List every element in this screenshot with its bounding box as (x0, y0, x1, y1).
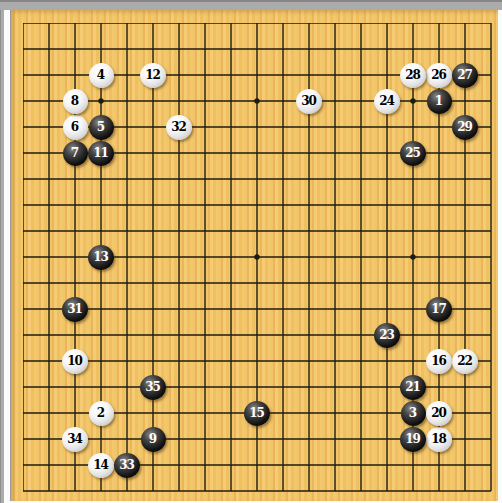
stone-20-white-R4[interactable]: 20 (426, 401, 452, 426)
stone-2-white-D4[interactable]: 2 (89, 401, 114, 426)
go-app-window: 1234567891011121314151617181920212223242… (0, 0, 502, 503)
stone-12-white-F17[interactable]: 12 (140, 63, 166, 88)
stone-19-black-Q3[interactable]: 19 (400, 427, 426, 452)
stone-26-white-R17[interactable]: 26 (426, 63, 452, 88)
stone-21-black-Q5[interactable]: 21 (400, 375, 426, 400)
stone-31-black-C8[interactable]: 31 (62, 297, 88, 322)
stone-14-white-D2[interactable]: 14 (88, 453, 114, 478)
stone-9-black-F3[interactable]: 9 (141, 427, 166, 452)
stone-17-black-R8[interactable]: 17 (426, 297, 452, 322)
stone-27-black-S17[interactable]: 27 (452, 63, 478, 88)
stone-30-white-M16[interactable]: 30 (296, 89, 322, 114)
stone-6-white-C15[interactable]: 6 (63, 115, 88, 140)
stone-24-white-P16[interactable]: 24 (374, 89, 400, 114)
stone-15-black-K4[interactable]: 15 (244, 401, 270, 426)
stone-3-black-Q4[interactable]: 3 (401, 401, 426, 426)
stone-16-white-R6[interactable]: 16 (426, 349, 452, 374)
stone-25-black-Q14[interactable]: 25 (400, 141, 426, 166)
stone-4-white-D17[interactable]: 4 (89, 63, 114, 88)
stone-33-black-E2[interactable]: 33 (114, 453, 140, 478)
stone-11-black-D14[interactable]: 11 (88, 141, 114, 166)
window-top-border (0, 0, 502, 10)
stone-7-black-C14[interactable]: 7 (63, 141, 88, 166)
stone-29-black-S15[interactable]: 29 (452, 115, 478, 140)
stone-5-black-D15[interactable]: 5 (89, 115, 114, 140)
stone-34-white-C3[interactable]: 34 (62, 427, 88, 452)
stone-32-white-G15[interactable]: 32 (166, 115, 192, 140)
stone-23-black-P7[interactable]: 23 (374, 323, 400, 348)
stone-grid[interactable]: 1234567891011121314151617181920212223242… (10, 10, 502, 503)
board-frame: 1234567891011121314151617181920212223242… (4, 10, 502, 503)
go-board[interactable]: 1234567891011121314151617181920212223242… (10, 10, 498, 501)
stone-1-black-R16[interactable]: 1 (427, 89, 452, 114)
stone-35-black-F5[interactable]: 35 (140, 375, 166, 400)
stone-18-white-R3[interactable]: 18 (426, 427, 452, 452)
stone-28-white-Q17[interactable]: 28 (400, 63, 426, 88)
stone-8-white-C16[interactable]: 8 (63, 89, 88, 114)
stone-13-black-D10[interactable]: 13 (88, 245, 114, 270)
stone-10-white-C6[interactable]: 10 (62, 349, 88, 374)
stone-22-white-S6[interactable]: 22 (452, 349, 478, 374)
